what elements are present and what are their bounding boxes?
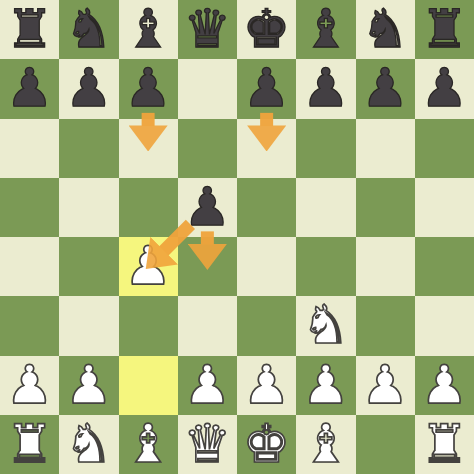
square-e5[interactable] — [237, 178, 296, 237]
square-h3[interactable] — [415, 296, 474, 355]
piece-black-knight-b8[interactable]: ♞ — [65, 0, 113, 58]
piece-white-bishop-c1[interactable]: ♝ — [124, 414, 172, 473]
piece-black-pawn-f7[interactable]: ♟ — [302, 58, 350, 117]
square-c6[interactable] — [119, 119, 178, 178]
piece-black-rook-h8[interactable]: ♜ — [421, 0, 469, 58]
piece-white-pawn-a2[interactable]: ♟ — [6, 355, 54, 414]
square-c3[interactable] — [119, 296, 178, 355]
square-e4[interactable] — [237, 237, 296, 296]
square-b1[interactable]: ♞ — [59, 415, 118, 474]
square-b5[interactable] — [59, 178, 118, 237]
square-c2[interactable] — [119, 356, 178, 415]
square-a1[interactable]: ♜ — [0, 415, 59, 474]
square-h1[interactable]: ♜ — [415, 415, 474, 474]
piece-white-pawn-e2[interactable]: ♟ — [243, 355, 291, 414]
piece-black-bishop-c8[interactable]: ♝ — [124, 0, 172, 58]
piece-white-rook-h1[interactable]: ♜ — [421, 414, 469, 473]
square-e7[interactable]: ♟ — [237, 59, 296, 118]
square-a5[interactable] — [0, 178, 59, 237]
square-c8[interactable]: ♝ — [119, 0, 178, 59]
square-b7[interactable]: ♟ — [59, 59, 118, 118]
square-b4[interactable] — [59, 237, 118, 296]
piece-white-pawn-h2[interactable]: ♟ — [421, 355, 469, 414]
square-g8[interactable]: ♞ — [356, 0, 415, 59]
piece-white-bishop-f1[interactable]: ♝ — [302, 414, 350, 473]
square-c4[interactable]: ♟ — [119, 237, 178, 296]
square-d5[interactable]: ♟ — [178, 178, 237, 237]
piece-black-pawn-d5[interactable]: ♟ — [184, 177, 232, 236]
square-e2[interactable]: ♟ — [237, 356, 296, 415]
square-f3[interactable]: ♞ — [296, 296, 355, 355]
square-a6[interactable] — [0, 119, 59, 178]
piece-white-pawn-f2[interactable]: ♟ — [302, 355, 350, 414]
chess-board: ♜♞♝♛♚♝♞♜♟♟♟♟♟♟♟♟♟♞♟♟♟♟♟♟♟♜♞♝♛♚♝♜ — [0, 0, 474, 474]
square-d4[interactable] — [178, 237, 237, 296]
square-e3[interactable] — [237, 296, 296, 355]
square-e6[interactable] — [237, 119, 296, 178]
square-d7[interactable] — [178, 59, 237, 118]
square-g7[interactable]: ♟ — [356, 59, 415, 118]
piece-white-queen-d1[interactable]: ♛ — [184, 414, 232, 473]
piece-white-rook-a1[interactable]: ♜ — [6, 414, 54, 473]
piece-black-rook-a8[interactable]: ♜ — [6, 0, 54, 58]
square-a8[interactable]: ♜ — [0, 0, 59, 59]
board-grid: ♜♞♝♛♚♝♞♜♟♟♟♟♟♟♟♟♟♞♟♟♟♟♟♟♟♜♞♝♛♚♝♜ — [0, 0, 474, 474]
square-c5[interactable] — [119, 178, 178, 237]
square-f7[interactable]: ♟ — [296, 59, 355, 118]
square-a4[interactable] — [0, 237, 59, 296]
square-c7[interactable]: ♟ — [119, 59, 178, 118]
piece-white-pawn-d2[interactable]: ♟ — [184, 355, 232, 414]
square-a2[interactable]: ♟ — [0, 356, 59, 415]
piece-white-knight-f3[interactable]: ♞ — [302, 295, 350, 354]
square-h8[interactable]: ♜ — [415, 0, 474, 59]
square-d6[interactable] — [178, 119, 237, 178]
square-h4[interactable] — [415, 237, 474, 296]
square-g4[interactable] — [356, 237, 415, 296]
square-g2[interactable]: ♟ — [356, 356, 415, 415]
piece-white-knight-b1[interactable]: ♞ — [65, 414, 113, 473]
piece-black-pawn-c7[interactable]: ♟ — [124, 58, 172, 117]
piece-black-queen-d8[interactable]: ♛ — [184, 0, 232, 58]
square-d2[interactable]: ♟ — [178, 356, 237, 415]
piece-black-knight-g8[interactable]: ♞ — [361, 0, 409, 58]
piece-black-bishop-f8[interactable]: ♝ — [302, 0, 350, 58]
square-a3[interactable] — [0, 296, 59, 355]
square-d8[interactable]: ♛ — [178, 0, 237, 59]
square-g5[interactable] — [356, 178, 415, 237]
square-f8[interactable]: ♝ — [296, 0, 355, 59]
piece-white-king-e1[interactable]: ♚ — [243, 414, 291, 473]
square-f6[interactable] — [296, 119, 355, 178]
square-a7[interactable]: ♟ — [0, 59, 59, 118]
square-h5[interactable] — [415, 178, 474, 237]
square-b2[interactable]: ♟ — [59, 356, 118, 415]
square-h6[interactable] — [415, 119, 474, 178]
square-d1[interactable]: ♛ — [178, 415, 237, 474]
piece-white-pawn-b2[interactable]: ♟ — [65, 355, 113, 414]
square-e1[interactable]: ♚ — [237, 415, 296, 474]
square-f5[interactable] — [296, 178, 355, 237]
square-g1[interactable] — [356, 415, 415, 474]
square-e8[interactable]: ♚ — [237, 0, 296, 59]
piece-black-pawn-h7[interactable]: ♟ — [421, 58, 469, 117]
square-h2[interactable]: ♟ — [415, 356, 474, 415]
square-g6[interactable] — [356, 119, 415, 178]
square-c1[interactable]: ♝ — [119, 415, 178, 474]
square-h7[interactable]: ♟ — [415, 59, 474, 118]
square-b6[interactable] — [59, 119, 118, 178]
square-g3[interactable] — [356, 296, 415, 355]
piece-black-pawn-g7[interactable]: ♟ — [361, 58, 409, 117]
piece-black-pawn-e7[interactable]: ♟ — [243, 58, 291, 117]
square-d3[interactable] — [178, 296, 237, 355]
piece-black-pawn-b7[interactable]: ♟ — [65, 58, 113, 117]
square-f2[interactable]: ♟ — [296, 356, 355, 415]
piece-white-pawn-g2[interactable]: ♟ — [361, 355, 409, 414]
square-f4[interactable] — [296, 237, 355, 296]
piece-white-pawn-c4[interactable]: ♟ — [124, 236, 172, 295]
piece-black-king-e8[interactable]: ♚ — [243, 0, 291, 58]
square-b8[interactable]: ♞ — [59, 0, 118, 59]
piece-black-pawn-a7[interactable]: ♟ — [6, 58, 54, 117]
square-f1[interactable]: ♝ — [296, 415, 355, 474]
square-b3[interactable] — [59, 296, 118, 355]
